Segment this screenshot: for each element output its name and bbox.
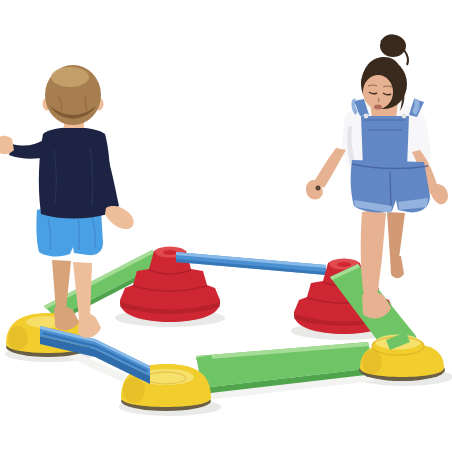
girl-strap-button-left: [364, 114, 369, 119]
girl-face: [363, 75, 393, 109]
girl-left-arm: [314, 148, 346, 188]
red-stone-top-hole: [163, 250, 177, 255]
boy-hair-highlight: [51, 67, 89, 87]
yellow-stone-shade: [123, 377, 145, 403]
balance-course-scene: [0, 0, 452, 452]
girl-wrist-hairband: [316, 186, 321, 191]
product-photo: [0, 0, 452, 452]
boy-figure: [0, 65, 134, 338]
girl-back-foot: [390, 256, 404, 278]
girl-back-leg: [387, 212, 405, 258]
girl-front-leg: [361, 211, 386, 298]
girl-overalls-bib: [361, 116, 409, 168]
girl-right-hand: [430, 184, 448, 204]
boy-right-hand: [105, 206, 134, 229]
girl-strap-button-right: [402, 114, 407, 119]
boy-left-arm-sleeve: [9, 139, 49, 159]
red-stone-top-hole: [337, 262, 351, 267]
yellow-stone-shade: [8, 326, 28, 350]
boy-front-foot: [78, 314, 101, 338]
boy-left-hand: [0, 136, 14, 155]
girl-mouth: [374, 105, 382, 110]
yellow-stone-shade: [362, 350, 382, 374]
right-yellow-stone: [359, 332, 445, 381]
